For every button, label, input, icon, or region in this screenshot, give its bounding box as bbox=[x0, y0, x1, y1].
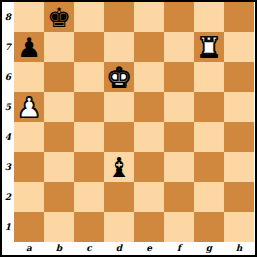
square-f2[interactable] bbox=[164, 182, 194, 212]
chess-board: 8♚7♟♜6♚5♟43♝21abcdefgh bbox=[0, 0, 257, 257]
square-h5[interactable] bbox=[224, 92, 254, 122]
square-e7[interactable] bbox=[134, 32, 164, 62]
rank-label-1: 1 bbox=[2, 212, 14, 242]
square-c4[interactable] bbox=[74, 122, 104, 152]
black-king[interactable]: ♚ bbox=[47, 3, 71, 32]
file-label-e: e bbox=[134, 242, 164, 254]
file-label-a: a bbox=[14, 242, 44, 254]
square-d5[interactable] bbox=[104, 92, 134, 122]
square-f7[interactable] bbox=[164, 32, 194, 62]
square-f1[interactable] bbox=[164, 212, 194, 242]
square-b8[interactable]: ♚ bbox=[44, 2, 74, 32]
square-f6[interactable] bbox=[164, 62, 194, 92]
square-b3[interactable] bbox=[44, 152, 74, 182]
square-b5[interactable] bbox=[44, 92, 74, 122]
square-a8[interactable] bbox=[14, 2, 44, 32]
square-c2[interactable] bbox=[74, 182, 104, 212]
file-label-g: g bbox=[194, 242, 224, 254]
black-pawn[interactable]: ♟ bbox=[17, 33, 41, 62]
square-f4[interactable] bbox=[164, 122, 194, 152]
square-a5[interactable]: ♟ bbox=[14, 92, 44, 122]
rank-label-5: 5 bbox=[2, 92, 14, 122]
square-a1[interactable] bbox=[14, 212, 44, 242]
square-d7[interactable] bbox=[104, 32, 134, 62]
black-bishop[interactable]: ♝ bbox=[107, 153, 131, 182]
square-e6[interactable] bbox=[134, 62, 164, 92]
file-label-h: h bbox=[224, 242, 254, 254]
file-label-d: d bbox=[104, 242, 134, 254]
rank-label-4: 4 bbox=[2, 122, 14, 152]
file-label-b: b bbox=[44, 242, 74, 254]
rank-label-2: 2 bbox=[2, 182, 14, 212]
white-rook[interactable]: ♜ bbox=[197, 33, 221, 62]
square-g8[interactable] bbox=[194, 2, 224, 32]
square-h7[interactable] bbox=[224, 32, 254, 62]
file-label-c: c bbox=[74, 242, 104, 254]
square-g3[interactable] bbox=[194, 152, 224, 182]
white-pawn[interactable]: ♟ bbox=[17, 93, 41, 122]
square-c5[interactable] bbox=[74, 92, 104, 122]
square-g5[interactable] bbox=[194, 92, 224, 122]
square-b4[interactable] bbox=[44, 122, 74, 152]
square-a3[interactable] bbox=[14, 152, 44, 182]
square-g7[interactable]: ♜ bbox=[194, 32, 224, 62]
square-b6[interactable] bbox=[44, 62, 74, 92]
square-g1[interactable] bbox=[194, 212, 224, 242]
square-d2[interactable] bbox=[104, 182, 134, 212]
square-e3[interactable] bbox=[134, 152, 164, 182]
square-e2[interactable] bbox=[134, 182, 164, 212]
square-d6[interactable]: ♚ bbox=[104, 62, 134, 92]
square-h2[interactable] bbox=[224, 182, 254, 212]
square-d8[interactable] bbox=[104, 2, 134, 32]
square-b2[interactable] bbox=[44, 182, 74, 212]
rank-label-7: 7 bbox=[2, 32, 14, 62]
square-c3[interactable] bbox=[74, 152, 104, 182]
square-a6[interactable] bbox=[14, 62, 44, 92]
square-f5[interactable] bbox=[164, 92, 194, 122]
square-g4[interactable] bbox=[194, 122, 224, 152]
square-d3[interactable]: ♝ bbox=[104, 152, 134, 182]
rank-label-6: 6 bbox=[2, 62, 14, 92]
gutter-corner bbox=[2, 242, 14, 254]
square-h8[interactable] bbox=[224, 2, 254, 32]
square-d4[interactable] bbox=[104, 122, 134, 152]
square-h4[interactable] bbox=[224, 122, 254, 152]
square-g6[interactable] bbox=[194, 62, 224, 92]
square-h6[interactable] bbox=[224, 62, 254, 92]
white-king[interactable]: ♚ bbox=[107, 63, 131, 92]
square-d1[interactable] bbox=[104, 212, 134, 242]
square-f8[interactable] bbox=[164, 2, 194, 32]
square-h1[interactable] bbox=[224, 212, 254, 242]
square-b7[interactable] bbox=[44, 32, 74, 62]
square-c7[interactable] bbox=[74, 32, 104, 62]
square-e5[interactable] bbox=[134, 92, 164, 122]
square-h3[interactable] bbox=[224, 152, 254, 182]
square-a4[interactable] bbox=[14, 122, 44, 152]
square-c1[interactable] bbox=[74, 212, 104, 242]
square-e1[interactable] bbox=[134, 212, 164, 242]
square-a2[interactable] bbox=[14, 182, 44, 212]
square-c8[interactable] bbox=[74, 2, 104, 32]
square-c6[interactable] bbox=[74, 62, 104, 92]
square-b1[interactable] bbox=[44, 212, 74, 242]
square-e8[interactable] bbox=[134, 2, 164, 32]
square-g2[interactable] bbox=[194, 182, 224, 212]
file-label-f: f bbox=[164, 242, 194, 254]
square-f3[interactable] bbox=[164, 152, 194, 182]
square-a7[interactable]: ♟ bbox=[14, 32, 44, 62]
square-e4[interactable] bbox=[134, 122, 164, 152]
rank-label-3: 3 bbox=[2, 152, 14, 182]
rank-label-8: 8 bbox=[2, 2, 14, 32]
